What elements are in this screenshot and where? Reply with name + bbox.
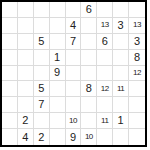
grid-cell-r8c5[interactable]: 10 xyxy=(66,113,82,129)
grid-cell-r2c6[interactable] xyxy=(81,18,97,34)
grid-cell-r5c8[interactable] xyxy=(113,66,129,82)
grid-cell-r2c8[interactable]: 3 xyxy=(113,18,129,34)
grid-cell-r4c2[interactable] xyxy=(18,50,34,66)
grid-cell-r3c1[interactable] xyxy=(2,34,18,50)
grid-cell-r6c5[interactable] xyxy=(66,81,82,97)
grid-cell-r3c3[interactable]: 5 xyxy=(34,34,50,50)
grid-cell-r5c6[interactable] xyxy=(81,66,97,82)
grid-cell-r8c2[interactable]: 2 xyxy=(18,113,34,129)
grid-cell-r7c1[interactable] xyxy=(2,97,18,113)
grid-cell-r4c7[interactable] xyxy=(97,50,113,66)
grid-cell-r9c8[interactable] xyxy=(113,129,129,145)
grid-cell-r3c8[interactable] xyxy=(113,34,129,50)
grid-cell-r2c9[interactable]: 13 xyxy=(129,18,145,34)
puzzle-board: 6413313576318912581211721011142910 xyxy=(0,0,147,147)
grid-cell-r8c1[interactable] xyxy=(2,113,18,129)
grid-cell-r4c5[interactable] xyxy=(66,50,82,66)
grid-cell-r8c3[interactable] xyxy=(34,113,50,129)
grid-cell-r5c7[interactable] xyxy=(97,66,113,82)
grid-cell-r7c9[interactable] xyxy=(129,97,145,113)
grid-cell-r9c1[interactable] xyxy=(2,129,18,145)
grid-cell-r6c9[interactable] xyxy=(129,81,145,97)
grid-cell-r6c3[interactable]: 5 xyxy=(34,81,50,97)
grid-cell-r2c4[interactable] xyxy=(50,18,66,34)
grid-cell-r9c3[interactable]: 2 xyxy=(34,129,50,145)
grid-cell-r2c1[interactable] xyxy=(2,18,18,34)
grid-cell-r1c9[interactable] xyxy=(129,2,145,18)
grid-cell-r3c6[interactable] xyxy=(81,34,97,50)
grid-cell-r7c7[interactable] xyxy=(97,97,113,113)
grid-cell-r4c6[interactable] xyxy=(81,50,97,66)
grid-cell-r5c4[interactable]: 9 xyxy=(50,66,66,82)
grid-cell-r1c5[interactable] xyxy=(66,2,82,18)
grid-cell-r7c3[interactable]: 7 xyxy=(34,97,50,113)
grid-cell-r8c8[interactable]: 1 xyxy=(113,113,129,129)
grid-cell-r9c4[interactable] xyxy=(50,129,66,145)
grid-cell-r8c9[interactable] xyxy=(129,113,145,129)
grid-cell-r6c8[interactable]: 11 xyxy=(113,81,129,97)
grid-cell-r8c6[interactable] xyxy=(81,113,97,129)
grid-cell-r2c5[interactable]: 4 xyxy=(66,18,82,34)
grid-cell-r2c7[interactable]: 13 xyxy=(97,18,113,34)
grid-cell-r8c7[interactable]: 11 xyxy=(97,113,113,129)
grid-cell-r6c6[interactable]: 8 xyxy=(81,81,97,97)
grid-cell-r3c5[interactable]: 7 xyxy=(66,34,82,50)
grid-cell-r4c9[interactable]: 8 xyxy=(129,50,145,66)
grid-cell-r3c4[interactable] xyxy=(50,34,66,50)
grid-cell-r6c4[interactable] xyxy=(50,81,66,97)
grid-cell-r5c9[interactable]: 12 xyxy=(129,66,145,82)
grid-cell-r9c5[interactable]: 9 xyxy=(66,129,82,145)
grid-cell-r4c3[interactable] xyxy=(34,50,50,66)
grid-cell-r9c9[interactable] xyxy=(129,129,145,145)
grid-cell-r4c8[interactable] xyxy=(113,50,129,66)
grid-cell-r8c4[interactable] xyxy=(50,113,66,129)
grid-cell-r1c4[interactable] xyxy=(50,2,66,18)
grid-cell-r7c2[interactable] xyxy=(18,97,34,113)
screenshot-root: 6413313576318912581211721011142910 xyxy=(0,0,150,150)
grid-cell-r5c5[interactable] xyxy=(66,66,82,82)
grid-cell-r1c8[interactable] xyxy=(113,2,129,18)
grid-cell-r1c1[interactable] xyxy=(2,2,18,18)
grid-cell-r5c3[interactable] xyxy=(34,66,50,82)
grid-cell-r6c7[interactable]: 12 xyxy=(97,81,113,97)
grid-cell-r7c6[interactable] xyxy=(81,97,97,113)
grid-cell-r2c3[interactable] xyxy=(34,18,50,34)
grid-cell-r5c2[interactable] xyxy=(18,66,34,82)
grid-cell-r1c6[interactable]: 6 xyxy=(81,2,97,18)
grid-cell-r9c6[interactable]: 10 xyxy=(81,129,97,145)
grid-cell-r6c2[interactable] xyxy=(18,81,34,97)
grid-cell-r1c3[interactable] xyxy=(34,2,50,18)
grid-cell-r9c7[interactable] xyxy=(97,129,113,145)
grid-cell-r5c1[interactable] xyxy=(2,66,18,82)
grid-cell-r9c2[interactable]: 4 xyxy=(18,129,34,145)
grid-cell-r1c2[interactable] xyxy=(18,2,34,18)
grid-cell-r7c5[interactable] xyxy=(66,97,82,113)
grid-cell-r7c8[interactable] xyxy=(113,97,129,113)
grid-cell-r7c4[interactable] xyxy=(50,97,66,113)
grid-cell-r4c1[interactable] xyxy=(2,50,18,66)
grid-cell-r4c4[interactable]: 1 xyxy=(50,50,66,66)
grid-cell-r6c1[interactable] xyxy=(2,81,18,97)
grid-cell-r1c7[interactable] xyxy=(97,2,113,18)
grid-cell-r3c9[interactable]: 3 xyxy=(129,34,145,50)
grid-cell-r2c2[interactable] xyxy=(18,18,34,34)
grid-cell-r3c7[interactable]: 6 xyxy=(97,34,113,50)
grid-cell-r3c2[interactable] xyxy=(18,34,34,50)
